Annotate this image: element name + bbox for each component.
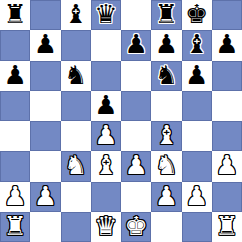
square-f7[interactable]: ♟ bbox=[151, 30, 181, 60]
square-d1[interactable]: ♛ bbox=[91, 212, 121, 242]
square-b7[interactable]: ♟ bbox=[30, 30, 60, 60]
square-g4[interactable] bbox=[182, 121, 212, 151]
square-e4[interactable] bbox=[121, 121, 151, 151]
square-f2[interactable]: ♟ bbox=[151, 182, 181, 212]
square-a1[interactable]: ♜ bbox=[0, 212, 30, 242]
square-b3[interactable] bbox=[30, 151, 60, 181]
square-h6[interactable] bbox=[212, 61, 242, 91]
square-d5[interactable]: ♟ bbox=[91, 91, 121, 121]
piece-black-pawn[interactable]: ♟ bbox=[185, 62, 208, 88]
square-b2[interactable]: ♟ bbox=[30, 182, 60, 212]
piece-black-pawn[interactable]: ♟ bbox=[155, 31, 178, 57]
piece-black-knight[interactable]: ♞ bbox=[64, 62, 87, 88]
piece-black-king[interactable]: ♚ bbox=[185, 1, 208, 27]
square-e5[interactable] bbox=[121, 91, 151, 121]
square-f5[interactable] bbox=[151, 91, 181, 121]
square-a4[interactable] bbox=[0, 121, 30, 151]
square-f8[interactable]: ♜ bbox=[151, 0, 181, 30]
piece-white-bishop[interactable]: ♝ bbox=[155, 122, 178, 148]
square-g7[interactable]: ♝ bbox=[182, 30, 212, 60]
square-e2[interactable] bbox=[121, 182, 151, 212]
square-c3[interactable]: ♞ bbox=[61, 151, 91, 181]
square-c8[interactable]: ♝ bbox=[61, 0, 91, 30]
square-f1[interactable] bbox=[151, 212, 181, 242]
square-c1[interactable] bbox=[61, 212, 91, 242]
square-a3[interactable] bbox=[0, 151, 30, 181]
piece-black-pawn[interactable]: ♟ bbox=[215, 31, 238, 57]
square-h4[interactable] bbox=[212, 121, 242, 151]
square-c2[interactable] bbox=[61, 182, 91, 212]
piece-black-rook[interactable]: ♜ bbox=[155, 1, 178, 27]
piece-white-queen[interactable]: ♛ bbox=[94, 213, 117, 239]
square-d4[interactable]: ♟ bbox=[91, 121, 121, 151]
piece-black-bishop[interactable]: ♝ bbox=[64, 1, 87, 27]
square-a8[interactable]: ♜ bbox=[0, 0, 30, 30]
square-b8[interactable] bbox=[30, 0, 60, 30]
piece-black-bishop[interactable]: ♝ bbox=[185, 31, 208, 57]
piece-white-pawn[interactable]: ♟ bbox=[94, 122, 117, 148]
piece-white-bishop[interactable]: ♝ bbox=[94, 152, 117, 178]
square-b5[interactable] bbox=[30, 91, 60, 121]
square-a5[interactable] bbox=[0, 91, 30, 121]
square-h8[interactable] bbox=[212, 0, 242, 30]
square-a7[interactable] bbox=[0, 30, 30, 60]
square-g2[interactable]: ♟ bbox=[182, 182, 212, 212]
square-f6[interactable]: ♞ bbox=[151, 61, 181, 91]
square-a2[interactable]: ♟ bbox=[0, 182, 30, 212]
square-g3[interactable] bbox=[182, 151, 212, 181]
square-d7[interactable] bbox=[91, 30, 121, 60]
square-h7[interactable]: ♟ bbox=[212, 30, 242, 60]
square-f4[interactable]: ♝ bbox=[151, 121, 181, 151]
piece-white-pawn[interactable]: ♟ bbox=[185, 183, 208, 209]
piece-white-pawn[interactable]: ♟ bbox=[155, 183, 178, 209]
square-e1[interactable]: ♚ bbox=[121, 212, 151, 242]
square-h3[interactable]: ♟ bbox=[212, 151, 242, 181]
piece-black-pawn[interactable]: ♟ bbox=[94, 92, 117, 118]
piece-black-pawn[interactable]: ♟ bbox=[124, 31, 147, 57]
square-c5[interactable] bbox=[61, 91, 91, 121]
square-g5[interactable] bbox=[182, 91, 212, 121]
square-b4[interactable] bbox=[30, 121, 60, 151]
piece-black-rook[interactable]: ♜ bbox=[3, 1, 26, 27]
square-e3[interactable]: ♟ bbox=[121, 151, 151, 181]
square-g6[interactable]: ♟ bbox=[182, 61, 212, 91]
piece-black-knight[interactable]: ♞ bbox=[155, 62, 178, 88]
square-d2[interactable] bbox=[91, 182, 121, 212]
square-h5[interactable] bbox=[212, 91, 242, 121]
piece-white-knight[interactable]: ♞ bbox=[155, 152, 178, 178]
piece-black-queen[interactable]: ♛ bbox=[94, 1, 117, 27]
square-e7[interactable]: ♟ bbox=[121, 30, 151, 60]
square-g1[interactable] bbox=[182, 212, 212, 242]
square-e6[interactable] bbox=[121, 61, 151, 91]
piece-white-king[interactable]: ♚ bbox=[124, 213, 147, 239]
piece-white-pawn[interactable]: ♟ bbox=[215, 152, 238, 178]
square-e8[interactable] bbox=[121, 0, 151, 30]
piece-black-pawn[interactable]: ♟ bbox=[3, 62, 26, 88]
square-b6[interactable] bbox=[30, 61, 60, 91]
square-d3[interactable]: ♝ bbox=[91, 151, 121, 181]
square-h1[interactable]: ♜ bbox=[212, 212, 242, 242]
square-h2[interactable] bbox=[212, 182, 242, 212]
piece-black-pawn[interactable]: ♟ bbox=[34, 31, 57, 57]
square-d8[interactable]: ♛ bbox=[91, 0, 121, 30]
square-c6[interactable]: ♞ bbox=[61, 61, 91, 91]
piece-white-pawn[interactable]: ♟ bbox=[34, 183, 57, 209]
square-d6[interactable] bbox=[91, 61, 121, 91]
chess-board: ♜♝♛♜♚♟♟♟♝♟♟♞♞♟♟♟♝♞♝♟♞♟♟♟♟♟♜♛♚♜ bbox=[0, 0, 242, 242]
square-f3[interactable]: ♞ bbox=[151, 151, 181, 181]
piece-white-knight[interactable]: ♞ bbox=[64, 152, 87, 178]
square-g8[interactable]: ♚ bbox=[182, 0, 212, 30]
piece-white-pawn[interactable]: ♟ bbox=[3, 183, 26, 209]
piece-white-rook[interactable]: ♜ bbox=[215, 213, 238, 239]
square-a6[interactable]: ♟ bbox=[0, 61, 30, 91]
square-b1[interactable] bbox=[30, 212, 60, 242]
square-c4[interactable] bbox=[61, 121, 91, 151]
piece-white-pawn[interactable]: ♟ bbox=[124, 152, 147, 178]
piece-white-rook[interactable]: ♜ bbox=[3, 213, 26, 239]
square-c7[interactable] bbox=[61, 30, 91, 60]
